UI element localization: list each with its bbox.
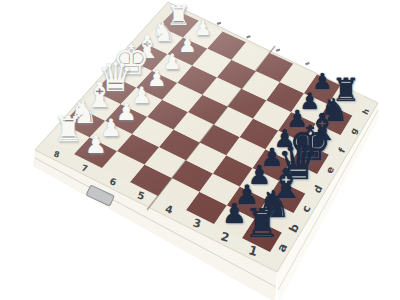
piece-black-rook-a1[interactable]: ♜ — [244, 203, 280, 243]
piece-white-rook-a8[interactable]: ♜ — [53, 111, 84, 145]
piece-black-pawn-a2[interactable]: ♟ — [222, 200, 247, 228]
chess-set-photo: 12345678abcdefgh ♜♞♝♛♚♝♞♜♟♟♟♟♟♟♟♟♟♟♟♟♟♟♟… — [0, 0, 400, 300]
piece-white-pawn-a7[interactable]: ♟ — [85, 133, 107, 158]
pieces-layer: ♜♞♝♛♚♝♞♜♟♟♟♟♟♟♟♟♟♟♟♟♟♟♟♟♜♞♝♛♚♝♞♜ — [0, 0, 400, 300]
